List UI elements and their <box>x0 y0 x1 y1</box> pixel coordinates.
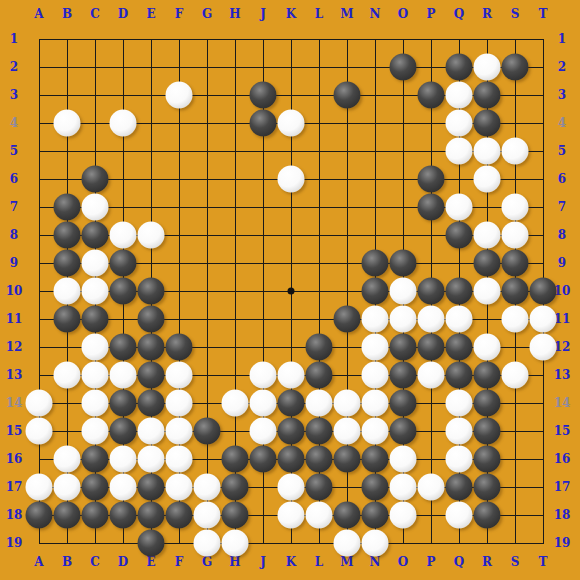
stone-black-L12 <box>306 334 333 361</box>
stone-black-M16 <box>334 446 361 473</box>
row-label-right-18: 18 <box>554 509 571 521</box>
stone-black-S9 <box>502 250 529 277</box>
stone-black-O2 <box>390 54 417 81</box>
stone-white-S13 <box>502 362 529 389</box>
stone-black-R16 <box>474 446 501 473</box>
stone-black-C17 <box>82 474 109 501</box>
stone-white-F17 <box>166 474 193 501</box>
stone-black-E13 <box>138 362 165 389</box>
stone-black-H16 <box>222 446 249 473</box>
stone-black-F18 <box>166 502 193 529</box>
stone-white-L14 <box>306 390 333 417</box>
col-label-bottom-R: R <box>482 556 492 568</box>
stone-black-R14 <box>474 390 501 417</box>
go-board[interactable]: AABBCCDDEEFFGGHHJJKKLLMMNNOOPPQQRRSSTT11… <box>0 0 580 580</box>
row-label-left-18: 18 <box>6 509 23 521</box>
row-label-left-1: 1 <box>10 33 18 45</box>
stone-black-B9 <box>54 250 81 277</box>
col-label-bottom-A: A <box>34 556 43 568</box>
col-label-top-S: S <box>511 8 520 20</box>
stone-black-E18 <box>138 502 165 529</box>
stone-white-O18 <box>390 502 417 529</box>
col-label-bottom-B: B <box>62 556 72 568</box>
stone-black-M3 <box>334 82 361 109</box>
stone-white-D17 <box>110 474 137 501</box>
stone-white-H14 <box>222 390 249 417</box>
stone-black-P3 <box>418 82 445 109</box>
col-label-top-P: P <box>426 8 435 20</box>
stone-white-L18 <box>306 502 333 529</box>
stone-white-R6 <box>474 166 501 193</box>
stone-black-J16 <box>250 446 277 473</box>
stone-white-Q11 <box>446 306 473 333</box>
stone-white-J14 <box>250 390 277 417</box>
stone-black-P12 <box>418 334 445 361</box>
row-label-right-5: 5 <box>558 145 566 157</box>
stone-white-M19 <box>334 530 361 557</box>
col-label-top-E: E <box>146 8 155 20</box>
row-label-left-11: 11 <box>6 313 23 325</box>
stone-white-K4 <box>278 110 305 137</box>
stone-black-B8 <box>54 222 81 249</box>
stone-black-E10 <box>138 278 165 305</box>
stone-black-L16 <box>306 446 333 473</box>
stone-black-J4 <box>250 110 277 137</box>
stone-white-R2 <box>474 54 501 81</box>
stone-white-C12 <box>82 334 109 361</box>
stone-black-H17 <box>222 474 249 501</box>
row-label-right-17: 17 <box>554 481 571 493</box>
stone-white-J13 <box>250 362 277 389</box>
stone-black-Q2 <box>446 54 473 81</box>
stone-black-O12 <box>390 334 417 361</box>
stone-white-N15 <box>362 418 389 445</box>
stone-black-C8 <box>82 222 109 249</box>
stone-white-T12 <box>530 334 557 361</box>
col-label-top-H: H <box>229 8 240 20</box>
stone-black-C6 <box>82 166 109 193</box>
row-label-right-6: 6 <box>558 173 566 185</box>
stone-white-G19 <box>194 530 221 557</box>
row-label-left-7: 7 <box>10 201 18 213</box>
stone-black-Q8 <box>446 222 473 249</box>
stone-white-P13 <box>418 362 445 389</box>
col-label-bottom-K: K <box>286 556 296 568</box>
stone-white-P11 <box>418 306 445 333</box>
stone-black-E11 <box>138 306 165 333</box>
stone-white-R12 <box>474 334 501 361</box>
col-label-top-M: M <box>340 8 353 20</box>
stone-white-G18 <box>194 502 221 529</box>
stone-black-O13 <box>390 362 417 389</box>
stone-black-S2 <box>502 54 529 81</box>
stone-white-Q4 <box>446 110 473 137</box>
stone-black-Q13 <box>446 362 473 389</box>
row-label-left-5: 5 <box>10 145 18 157</box>
row-label-left-17: 17 <box>6 481 23 493</box>
stone-black-K15 <box>278 418 305 445</box>
stone-white-O10 <box>390 278 417 305</box>
stone-black-M18 <box>334 502 361 529</box>
stone-white-N19 <box>362 530 389 557</box>
stone-black-H18 <box>222 502 249 529</box>
stone-black-D15 <box>110 418 137 445</box>
stone-black-R13 <box>474 362 501 389</box>
stone-white-C14 <box>82 390 109 417</box>
col-label-top-Q: Q <box>454 8 464 20</box>
stone-black-P7 <box>418 194 445 221</box>
col-label-bottom-C: C <box>90 556 100 568</box>
stone-white-B17 <box>54 474 81 501</box>
stone-white-F13 <box>166 362 193 389</box>
stone-white-S7 <box>502 194 529 221</box>
stone-white-C9 <box>82 250 109 277</box>
stone-black-A18 <box>26 502 53 529</box>
stone-white-B10 <box>54 278 81 305</box>
col-label-bottom-L: L <box>315 556 323 568</box>
stone-black-O15 <box>390 418 417 445</box>
col-label-top-F: F <box>175 8 184 20</box>
row-label-left-9: 9 <box>10 257 18 269</box>
stone-black-Q12 <box>446 334 473 361</box>
stone-black-R9 <box>474 250 501 277</box>
stone-white-O16 <box>390 446 417 473</box>
stone-white-C13 <box>82 362 109 389</box>
stone-black-L13 <box>306 362 333 389</box>
stone-white-N11 <box>362 306 389 333</box>
stone-black-R4 <box>474 110 501 137</box>
row-label-right-1: 1 <box>558 33 566 45</box>
stone-black-E12 <box>138 334 165 361</box>
stone-black-R15 <box>474 418 501 445</box>
stone-white-E16 <box>138 446 165 473</box>
stone-black-S10 <box>502 278 529 305</box>
stone-white-C7 <box>82 194 109 221</box>
stone-white-B13 <box>54 362 81 389</box>
row-label-right-7: 7 <box>558 201 566 213</box>
row-label-left-3: 3 <box>10 89 18 101</box>
stone-white-R8 <box>474 222 501 249</box>
col-label-top-L: L <box>315 8 323 20</box>
col-label-top-J: J <box>260 8 266 20</box>
stone-black-R17 <box>474 474 501 501</box>
stone-white-F15 <box>166 418 193 445</box>
stone-white-Q16 <box>446 446 473 473</box>
row-label-left-12: 12 <box>6 341 23 353</box>
stone-white-T11 <box>530 306 557 333</box>
stone-black-C11 <box>82 306 109 333</box>
stone-black-N18 <box>362 502 389 529</box>
stone-white-N12 <box>362 334 389 361</box>
stone-white-P17 <box>418 474 445 501</box>
row-label-right-14: 14 <box>554 397 571 409</box>
col-label-top-O: O <box>398 8 408 20</box>
stone-white-R5 <box>474 138 501 165</box>
stone-white-K6 <box>278 166 305 193</box>
stone-white-F16 <box>166 446 193 473</box>
col-label-top-K: K <box>286 8 296 20</box>
col-label-top-G: G <box>202 8 212 20</box>
stone-black-B7 <box>54 194 81 221</box>
col-label-bottom-Q: Q <box>454 556 464 568</box>
col-label-top-R: R <box>482 8 492 20</box>
stone-white-C15 <box>82 418 109 445</box>
stone-white-D4 <box>110 110 137 137</box>
stone-white-Q3 <box>446 82 473 109</box>
stone-black-K14 <box>278 390 305 417</box>
stone-white-H19 <box>222 530 249 557</box>
stone-white-M14 <box>334 390 361 417</box>
stone-white-G17 <box>194 474 221 501</box>
stone-black-D10 <box>110 278 137 305</box>
stone-black-G15 <box>194 418 221 445</box>
stone-white-Q14 <box>446 390 473 417</box>
stone-black-F12 <box>166 334 193 361</box>
stone-black-N10 <box>362 278 389 305</box>
col-label-bottom-F: F <box>175 556 184 568</box>
col-label-bottom-H: H <box>229 556 240 568</box>
stone-white-K17 <box>278 474 305 501</box>
row-label-right-13: 13 <box>554 369 571 381</box>
stone-black-D18 <box>110 502 137 529</box>
stone-black-E14 <box>138 390 165 417</box>
col-label-bottom-T: T <box>539 556 548 568</box>
stone-white-R10 <box>474 278 501 305</box>
stone-white-C10 <box>82 278 109 305</box>
stone-black-B11 <box>54 306 81 333</box>
stone-white-Q15 <box>446 418 473 445</box>
col-label-bottom-J: J <box>260 556 266 568</box>
row-label-left-16: 16 <box>6 453 23 465</box>
col-label-bottom-E: E <box>146 556 155 568</box>
stone-black-D14 <box>110 390 137 417</box>
stone-black-R3 <box>474 82 501 109</box>
stone-black-C16 <box>82 446 109 473</box>
stone-white-D8 <box>110 222 137 249</box>
stone-black-D12 <box>110 334 137 361</box>
col-label-bottom-S: S <box>511 556 520 568</box>
row-label-left-19: 19 <box>6 537 23 549</box>
stone-black-N16 <box>362 446 389 473</box>
col-label-bottom-D: D <box>118 556 128 568</box>
stone-white-A15 <box>26 418 53 445</box>
col-label-bottom-O: O <box>398 556 408 568</box>
stone-black-T10 <box>530 278 557 305</box>
stone-white-F14 <box>166 390 193 417</box>
stone-white-K13 <box>278 362 305 389</box>
stone-white-N13 <box>362 362 389 389</box>
col-label-top-C: C <box>90 8 100 20</box>
stone-black-L17 <box>306 474 333 501</box>
stone-white-N14 <box>362 390 389 417</box>
stone-black-N17 <box>362 474 389 501</box>
stone-black-B18 <box>54 502 81 529</box>
stone-black-J3 <box>250 82 277 109</box>
col-label-top-B: B <box>62 8 72 20</box>
star-point <box>288 288 295 295</box>
stone-black-P6 <box>418 166 445 193</box>
row-label-right-9: 9 <box>558 257 566 269</box>
col-label-top-A: A <box>34 8 43 20</box>
stone-black-N9 <box>362 250 389 277</box>
stone-white-D13 <box>110 362 137 389</box>
stone-black-L15 <box>306 418 333 445</box>
row-label-left-13: 13 <box>6 369 23 381</box>
stone-white-Q18 <box>446 502 473 529</box>
row-label-right-3: 3 <box>558 89 566 101</box>
row-label-right-19: 19 <box>554 537 571 549</box>
col-label-bottom-G: G <box>202 556 212 568</box>
row-label-left-14: 14 <box>6 397 23 409</box>
stone-black-P10 <box>418 278 445 305</box>
stone-black-Q10 <box>446 278 473 305</box>
col-label-bottom-P: P <box>426 556 435 568</box>
row-label-left-4: 4 <box>10 117 18 129</box>
row-label-right-15: 15 <box>554 425 571 437</box>
stone-white-J15 <box>250 418 277 445</box>
stone-white-O11 <box>390 306 417 333</box>
row-label-right-16: 16 <box>554 453 571 465</box>
col-label-top-N: N <box>370 8 381 20</box>
stone-white-Q7 <box>446 194 473 221</box>
row-label-left-2: 2 <box>10 61 18 73</box>
row-label-left-8: 8 <box>10 229 18 241</box>
stone-black-O14 <box>390 390 417 417</box>
col-label-bottom-N: N <box>370 556 381 568</box>
col-label-top-D: D <box>118 8 128 20</box>
stone-white-K18 <box>278 502 305 529</box>
stone-black-Q17 <box>446 474 473 501</box>
stone-white-B4 <box>54 110 81 137</box>
stone-white-O17 <box>390 474 417 501</box>
stone-white-A17 <box>26 474 53 501</box>
stone-white-E15 <box>138 418 165 445</box>
row-label-left-15: 15 <box>6 425 23 437</box>
row-label-left-6: 6 <box>10 173 18 185</box>
col-label-top-T: T <box>539 8 548 20</box>
row-label-right-2: 2 <box>558 61 566 73</box>
stone-black-M11 <box>334 306 361 333</box>
stone-white-D16 <box>110 446 137 473</box>
stone-black-E19 <box>138 530 165 557</box>
stone-black-K16 <box>278 446 305 473</box>
row-label-right-8: 8 <box>558 229 566 241</box>
stone-white-E8 <box>138 222 165 249</box>
stone-white-S11 <box>502 306 529 333</box>
stone-black-E17 <box>138 474 165 501</box>
stone-white-S5 <box>502 138 529 165</box>
stone-white-A14 <box>26 390 53 417</box>
row-label-right-4: 4 <box>558 117 566 129</box>
stone-black-R18 <box>474 502 501 529</box>
stone-black-O9 <box>390 250 417 277</box>
stone-white-M15 <box>334 418 361 445</box>
row-label-left-10: 10 <box>6 285 23 297</box>
stone-black-C18 <box>82 502 109 529</box>
stone-black-D9 <box>110 250 137 277</box>
stone-white-Q5 <box>446 138 473 165</box>
stone-white-S8 <box>502 222 529 249</box>
stone-white-F3 <box>166 82 193 109</box>
col-label-bottom-M: M <box>340 556 353 568</box>
stone-white-B16 <box>54 446 81 473</box>
